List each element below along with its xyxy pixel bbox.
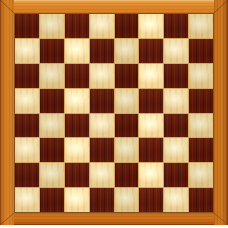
square-r7-c8[interactable] <box>189 163 213 187</box>
square-r8-c5[interactable] <box>115 188 139 212</box>
photo-bottom-margin <box>0 225 228 228</box>
square-r5-c5[interactable] <box>115 114 139 138</box>
square-r6-c5[interactable] <box>115 138 139 162</box>
square-r3-c6[interactable] <box>139 64 163 88</box>
square-r5-c4[interactable] <box>90 114 114 138</box>
square-r6-c3[interactable] <box>65 138 89 162</box>
square-r3-c4[interactable] <box>90 64 114 88</box>
square-r5-c6[interactable] <box>139 114 163 138</box>
square-r4-c8[interactable] <box>189 89 213 113</box>
square-r2-c4[interactable] <box>90 39 114 63</box>
square-r2-c2[interactable] <box>40 39 64 63</box>
square-r2-c3[interactable] <box>65 39 89 63</box>
frame-right-rail <box>214 0 228 225</box>
square-r5-c2[interactable] <box>40 114 64 138</box>
square-r4-c4[interactable] <box>90 89 114 113</box>
square-r5-c3[interactable] <box>65 114 89 138</box>
chess-board <box>14 13 214 213</box>
square-r1-c7[interactable] <box>164 14 188 38</box>
square-r4-c7[interactable] <box>164 89 188 113</box>
square-r1-c3[interactable] <box>65 14 89 38</box>
square-r2-c5[interactable] <box>115 39 139 63</box>
square-r7-c4[interactable] <box>90 163 114 187</box>
square-r3-c3[interactable] <box>65 64 89 88</box>
square-r1-c4[interactable] <box>90 14 114 38</box>
square-r8-c2[interactable] <box>40 188 64 212</box>
frame-top-rail <box>0 0 228 13</box>
square-r8-c6[interactable] <box>139 188 163 212</box>
square-r7-c6[interactable] <box>139 163 163 187</box>
square-r2-c8[interactable] <box>189 39 213 63</box>
square-r6-c4[interactable] <box>90 138 114 162</box>
square-r5-c7[interactable] <box>164 114 188 138</box>
square-r3-c2[interactable] <box>40 64 64 88</box>
square-r6-c2[interactable] <box>40 138 64 162</box>
square-r4-c6[interactable] <box>139 89 163 113</box>
square-r4-c2[interactable] <box>40 89 64 113</box>
square-r6-c6[interactable] <box>139 138 163 162</box>
frame-bottom-rail <box>0 213 228 225</box>
square-r1-c2[interactable] <box>40 14 64 38</box>
square-r1-c5[interactable] <box>115 14 139 38</box>
square-r6-c8[interactable] <box>189 138 213 162</box>
square-r2-c1[interactable] <box>15 39 39 63</box>
square-r5-c1[interactable] <box>15 114 39 138</box>
square-r8-c1[interactable] <box>15 188 39 212</box>
square-r8-c3[interactable] <box>65 188 89 212</box>
square-r3-c7[interactable] <box>164 64 188 88</box>
square-r1-c8[interactable] <box>189 14 213 38</box>
square-r6-c7[interactable] <box>164 138 188 162</box>
square-r7-c1[interactable] <box>15 163 39 187</box>
square-r8-c7[interactable] <box>164 188 188 212</box>
square-r2-c6[interactable] <box>139 39 163 63</box>
chessboard-product-photo <box>0 0 228 228</box>
square-r2-c7[interactable] <box>164 39 188 63</box>
square-r4-c3[interactable] <box>65 89 89 113</box>
square-r8-c8[interactable] <box>189 188 213 212</box>
square-r4-c5[interactable] <box>115 89 139 113</box>
square-r6-c1[interactable] <box>15 138 39 162</box>
frame-left-rail <box>0 0 14 225</box>
square-r7-c3[interactable] <box>65 163 89 187</box>
square-r3-c5[interactable] <box>115 64 139 88</box>
square-r7-c5[interactable] <box>115 163 139 187</box>
square-r1-c1[interactable] <box>15 14 39 38</box>
square-r3-c1[interactable] <box>15 64 39 88</box>
square-r7-c7[interactable] <box>164 163 188 187</box>
square-r8-c4[interactable] <box>90 188 114 212</box>
square-r3-c8[interactable] <box>189 64 213 88</box>
square-r7-c2[interactable] <box>40 163 64 187</box>
square-r4-c1[interactable] <box>15 89 39 113</box>
square-r1-c6[interactable] <box>139 14 163 38</box>
square-r5-c8[interactable] <box>189 114 213 138</box>
